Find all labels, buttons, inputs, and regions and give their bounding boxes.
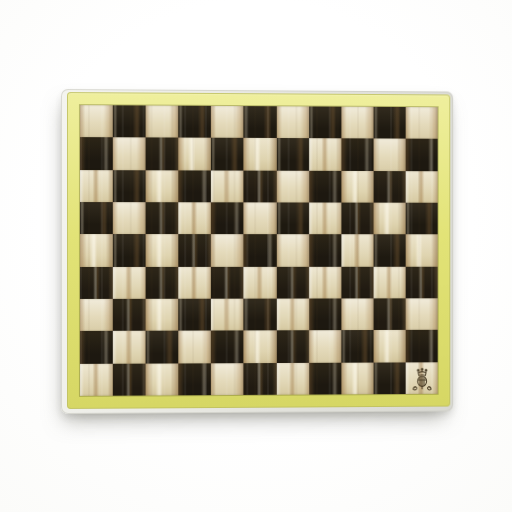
square-r3c11-light bbox=[406, 171, 438, 203]
square-r3c5-light bbox=[211, 170, 244, 202]
square-r5c5-light bbox=[211, 234, 244, 266]
square-r6c4-light bbox=[179, 267, 212, 299]
square-r4c3-dark bbox=[146, 202, 179, 234]
square-r9c2-dark bbox=[113, 363, 146, 395]
square-r2c11-dark bbox=[406, 139, 438, 171]
square-r9c8-dark bbox=[309, 362, 341, 394]
square-r6c7-dark bbox=[276, 267, 308, 299]
square-r3c9-light bbox=[341, 171, 373, 203]
square-r7c1-light bbox=[80, 299, 113, 331]
square-r7c2-dark bbox=[113, 299, 146, 331]
square-r8c11-dark bbox=[406, 330, 438, 362]
square-r6c9-dark bbox=[341, 266, 373, 298]
square-r9c1-light bbox=[80, 363, 113, 395]
square-r8c1-dark bbox=[80, 331, 113, 363]
acrylic-edge bbox=[61, 89, 453, 414]
product-photo-background bbox=[0, 0, 512, 512]
square-r6c5-dark bbox=[211, 267, 244, 299]
square-r5c8-dark bbox=[309, 234, 341, 266]
square-r7c4-dark bbox=[179, 299, 212, 331]
square-r5c11-light bbox=[406, 235, 438, 267]
square-r2c8-light bbox=[309, 138, 341, 170]
square-r2c9-dark bbox=[341, 139, 373, 171]
square-r7c10-dark bbox=[373, 298, 405, 330]
square-r5c3-light bbox=[146, 234, 179, 266]
square-r8c2-light bbox=[113, 331, 146, 363]
square-r9c10-dark bbox=[373, 362, 405, 394]
square-r5c7-light bbox=[276, 234, 308, 266]
square-r4c4-light bbox=[179, 202, 212, 234]
square-r4c10-light bbox=[373, 203, 405, 235]
square-r9c4-dark bbox=[179, 363, 212, 395]
square-r6c6-light bbox=[244, 267, 277, 299]
square-r1c4-dark bbox=[179, 106, 212, 138]
square-r6c1-dark bbox=[80, 267, 113, 299]
square-r7c6-dark bbox=[244, 299, 277, 331]
square-r4c5-dark bbox=[211, 202, 244, 234]
square-r6c10-light bbox=[373, 266, 405, 298]
square-r4c1-dark bbox=[80, 202, 113, 234]
square-r2c7-dark bbox=[276, 138, 308, 170]
checkerboard-grid bbox=[80, 105, 438, 396]
square-r3c2-dark bbox=[113, 170, 146, 202]
square-r3c10-dark bbox=[373, 171, 405, 203]
square-r3c6-dark bbox=[244, 170, 277, 202]
square-r8c3-dark bbox=[146, 331, 179, 363]
square-r1c10-dark bbox=[373, 107, 405, 139]
square-r5c4-dark bbox=[179, 234, 212, 266]
square-r9c5-light bbox=[211, 363, 244, 395]
square-r7c3-light bbox=[146, 299, 179, 331]
square-r5c10-dark bbox=[373, 235, 405, 267]
crown-crest-icon bbox=[411, 367, 432, 392]
square-r1c9-light bbox=[341, 107, 373, 139]
square-r2c6-light bbox=[244, 138, 277, 170]
square-r8c6-light bbox=[244, 331, 277, 363]
square-r5c9-light bbox=[341, 235, 373, 267]
square-r8c4-light bbox=[179, 331, 212, 363]
square-r7c8-dark bbox=[309, 298, 341, 330]
square-r2c4-light bbox=[179, 138, 212, 170]
square-r4c6-light bbox=[244, 202, 277, 234]
square-r3c8-dark bbox=[309, 170, 341, 202]
square-r6c11-dark bbox=[406, 266, 438, 298]
square-r5c6-dark bbox=[244, 234, 277, 266]
square-r8c8-light bbox=[309, 330, 341, 362]
square-r9c9-light bbox=[341, 362, 373, 394]
square-r2c5-dark bbox=[211, 138, 244, 170]
square-r4c7-dark bbox=[276, 202, 308, 234]
square-r4c8-light bbox=[309, 202, 341, 234]
square-r3c7-light bbox=[276, 170, 308, 202]
square-r7c7-light bbox=[276, 299, 308, 331]
square-r8c5-dark bbox=[211, 331, 244, 363]
square-r2c10-light bbox=[373, 139, 405, 171]
square-r9c7-light bbox=[276, 363, 308, 395]
square-r9c3-light bbox=[146, 363, 179, 395]
square-r5c1-light bbox=[80, 234, 113, 266]
square-r6c3-dark bbox=[146, 267, 179, 299]
square-r6c8-light bbox=[309, 266, 341, 298]
square-r4c9-dark bbox=[341, 203, 373, 235]
square-r1c2-dark bbox=[113, 105, 146, 137]
square-r8c7-dark bbox=[276, 331, 308, 363]
square-r6c2-light bbox=[113, 267, 146, 299]
yellow-border-frame bbox=[67, 92, 450, 409]
square-r5c2-dark bbox=[113, 234, 146, 266]
square-r7c5-light bbox=[211, 299, 244, 331]
square-r9c6-dark bbox=[244, 363, 277, 395]
square-r8c10-light bbox=[373, 330, 405, 362]
square-r7c11-light bbox=[406, 298, 438, 330]
square-r2c2-light bbox=[113, 138, 146, 170]
square-r7c9-light bbox=[341, 298, 373, 330]
square-r1c5-light bbox=[211, 106, 244, 138]
square-r1c1-light bbox=[80, 105, 113, 137]
square-r1c7-light bbox=[276, 106, 308, 138]
square-r8c9-dark bbox=[341, 330, 373, 362]
square-r1c6-dark bbox=[244, 106, 277, 138]
square-r3c1-light bbox=[80, 170, 113, 202]
square-r2c3-dark bbox=[146, 138, 179, 170]
square-r2c1-dark bbox=[80, 137, 113, 169]
square-r4c2-light bbox=[113, 202, 146, 234]
square-r1c3-light bbox=[146, 106, 179, 138]
square-r3c4-dark bbox=[179, 170, 212, 202]
square-r1c11-light bbox=[406, 107, 438, 139]
square-r1c8-dark bbox=[309, 106, 341, 138]
square-r3c3-light bbox=[146, 170, 179, 202]
square-r4c11-dark bbox=[406, 203, 438, 235]
checkered-placemat bbox=[61, 89, 453, 414]
